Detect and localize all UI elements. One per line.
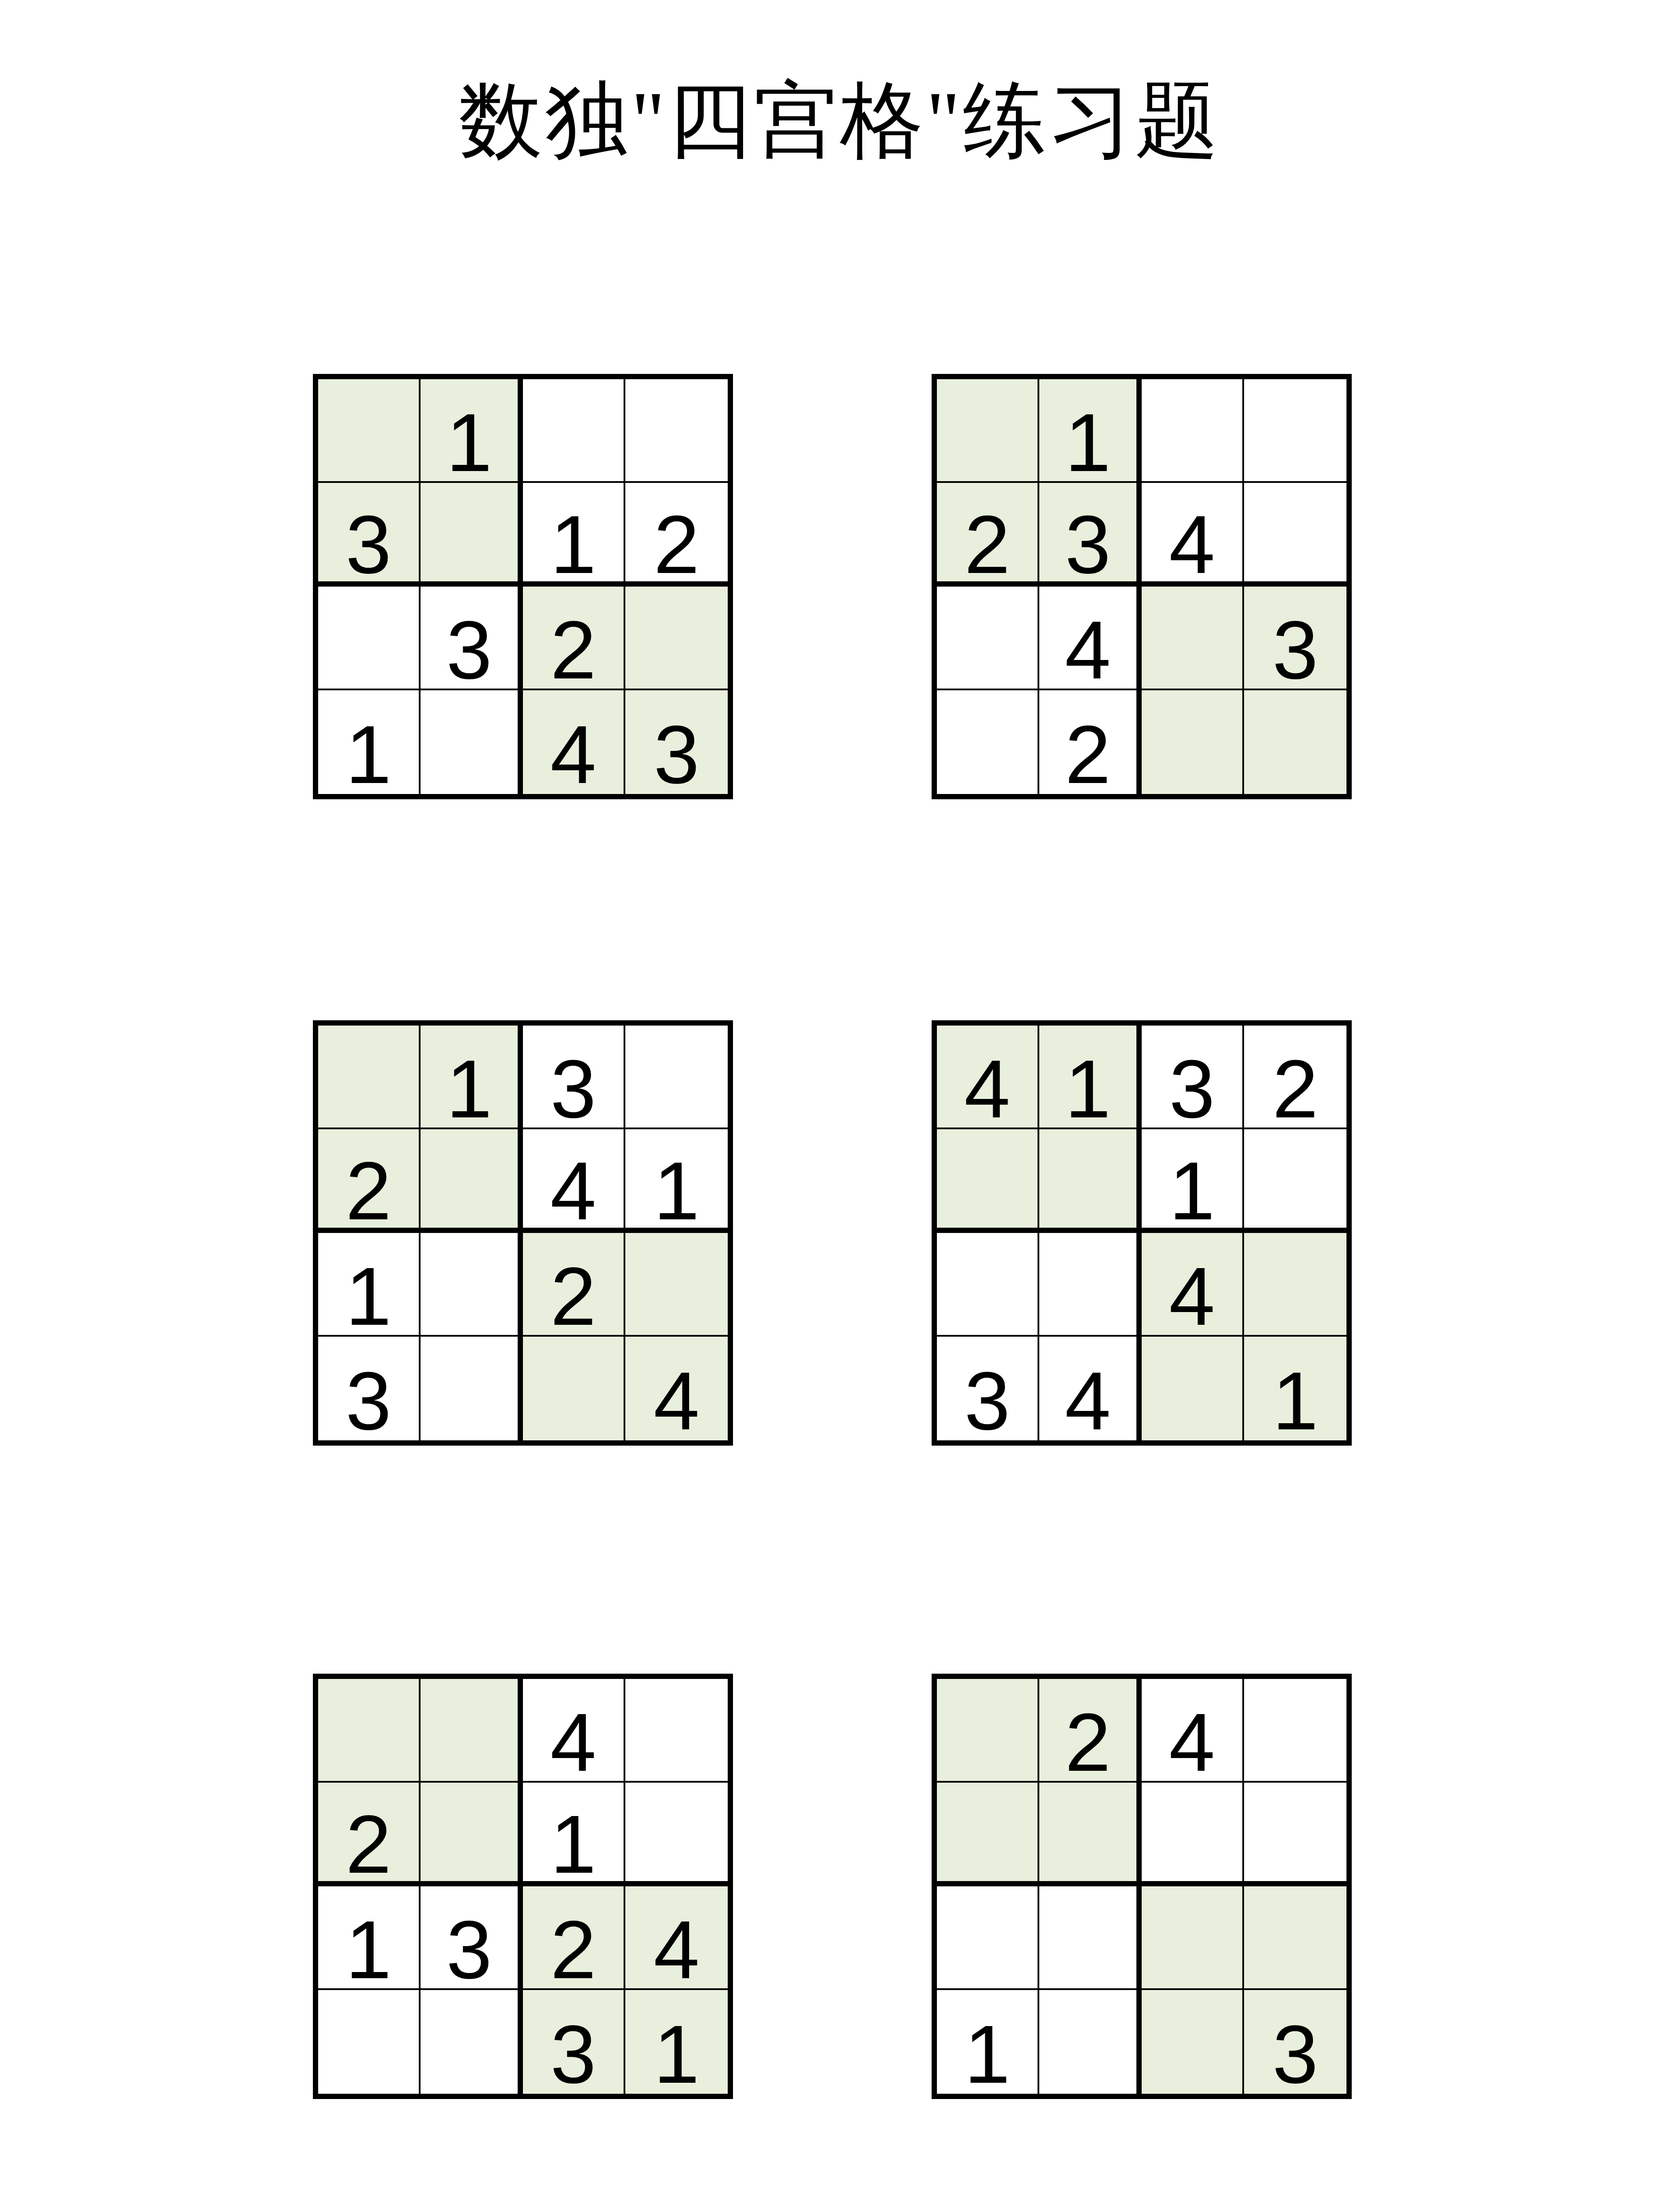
board3-cell-r1c3[interactable]: 3 bbox=[523, 1026, 625, 1129]
board2-cell-r2c2[interactable]: 3 bbox=[1039, 483, 1142, 587]
board5-cell-r1c1[interactable] bbox=[318, 1679, 421, 1783]
board3-cell-r3c3[interactable]: 2 bbox=[523, 1233, 625, 1337]
board6-cell-r3c2[interactable] bbox=[1039, 1886, 1142, 1990]
board5-cell-r4c3[interactable]: 3 bbox=[523, 1990, 625, 2094]
given-digit: 4 bbox=[550, 713, 596, 796]
board4-cell-r3c2[interactable] bbox=[1039, 1233, 1142, 1337]
board6-cell-r2c2[interactable] bbox=[1039, 1783, 1142, 1886]
board6-cell-r3c1[interactable] bbox=[937, 1886, 1039, 1990]
sudoku-board-2: 1234432 bbox=[932, 374, 1352, 799]
board5-cell-r1c2[interactable] bbox=[421, 1679, 523, 1783]
board6-cell-r2c3[interactable] bbox=[1142, 1783, 1244, 1886]
given-digit: 1 bbox=[1065, 401, 1111, 484]
board1-cell-r1c3[interactable] bbox=[523, 379, 625, 483]
board3-cell-r4c4[interactable]: 4 bbox=[625, 1337, 728, 1440]
given-digit: 3 bbox=[1169, 1048, 1215, 1130]
given-digit: 1 bbox=[345, 1255, 392, 1338]
board4-cell-r2c2[interactable] bbox=[1039, 1129, 1142, 1233]
board4-cell-r1c3[interactable]: 3 bbox=[1142, 1026, 1244, 1129]
given-digit: 3 bbox=[1272, 2013, 1318, 2095]
board5-cell-r4c4[interactable]: 1 bbox=[625, 1990, 728, 2094]
given-digit: 1 bbox=[653, 2013, 700, 2095]
sudoku-board-4: 413214341 bbox=[932, 1020, 1352, 1446]
given-digit: 1 bbox=[1065, 1048, 1111, 1130]
given-digit: 1 bbox=[345, 1908, 392, 1991]
board2-cell-r4c4[interactable] bbox=[1244, 690, 1346, 794]
board2-cell-r3c1[interactable] bbox=[937, 587, 1039, 690]
board4-cell-r2c3[interactable]: 1 bbox=[1142, 1129, 1244, 1233]
given-digit: 1 bbox=[550, 1803, 596, 1885]
board4-cell-r1c2[interactable]: 1 bbox=[1039, 1026, 1142, 1129]
board2-cell-r2c4[interactable] bbox=[1244, 483, 1346, 587]
board1-cell-r1c2[interactable]: 1 bbox=[421, 379, 523, 483]
board4-cell-r4c1[interactable]: 3 bbox=[937, 1337, 1039, 1440]
board1-cell-r4c2[interactable] bbox=[421, 690, 523, 794]
board5-cell-r3c4[interactable]: 4 bbox=[625, 1886, 728, 1990]
board3-cell-r4c2[interactable] bbox=[421, 1337, 523, 1440]
sudoku-board-1: 131232143 bbox=[313, 374, 733, 799]
given-digit: 4 bbox=[1065, 1360, 1111, 1442]
board2-cell-r4c3[interactable] bbox=[1142, 690, 1244, 794]
board6-cell-r4c3[interactable] bbox=[1142, 1990, 1244, 2094]
board3-cell-r4c3[interactable] bbox=[523, 1337, 625, 1440]
board2-cell-r2c3[interactable]: 4 bbox=[1142, 483, 1244, 587]
board4-cell-r3c4[interactable] bbox=[1244, 1233, 1346, 1337]
board3-cell-r3c1[interactable]: 1 bbox=[318, 1233, 421, 1337]
given-digit: 4 bbox=[653, 1360, 700, 1442]
board5-cell-r1c4[interactable] bbox=[625, 1679, 728, 1783]
given-digit: 3 bbox=[345, 1360, 392, 1442]
given-digit: 4 bbox=[550, 1149, 596, 1232]
given-digit: 4 bbox=[550, 1701, 596, 1784]
given-digit: 2 bbox=[653, 503, 700, 586]
board1-cell-r2c4[interactable]: 2 bbox=[625, 483, 728, 587]
board6-cell-r1c2[interactable]: 2 bbox=[1039, 1679, 1142, 1783]
given-digit: 4 bbox=[1169, 1255, 1215, 1338]
board2-cell-r3c2[interactable]: 4 bbox=[1039, 587, 1142, 690]
board3-cell-r2c2[interactable] bbox=[421, 1129, 523, 1233]
board4-cell-r3c1[interactable] bbox=[937, 1233, 1039, 1337]
sudoku-board-6: 2413 bbox=[932, 1674, 1352, 2099]
given-digit: 2 bbox=[345, 1149, 392, 1232]
given-digit: 1 bbox=[446, 1048, 492, 1130]
board3-cell-r2c1[interactable]: 2 bbox=[318, 1129, 421, 1233]
board3-cell-r1c4[interactable] bbox=[625, 1026, 728, 1129]
board2-cell-r3c3[interactable] bbox=[1142, 587, 1244, 690]
board4-cell-r3c3[interactable]: 4 bbox=[1142, 1233, 1244, 1337]
board1-cell-r4c4[interactable]: 3 bbox=[625, 690, 728, 794]
board3-cell-r1c1[interactable] bbox=[318, 1026, 421, 1129]
board1-cell-r3c3[interactable]: 2 bbox=[523, 587, 625, 690]
board6-cell-r1c1[interactable] bbox=[937, 1679, 1039, 1783]
board6-cell-r2c1[interactable] bbox=[937, 1783, 1039, 1886]
board1-cell-r1c4[interactable] bbox=[625, 379, 728, 483]
puzzles-area: 1312321431234432132411234413214341421132… bbox=[0, 0, 1680, 2197]
given-digit: 2 bbox=[1065, 713, 1111, 796]
board3-cell-r2c4[interactable]: 1 bbox=[625, 1129, 728, 1233]
given-digit: 1 bbox=[446, 401, 492, 484]
board6-cell-r2c4[interactable] bbox=[1244, 1783, 1346, 1886]
board3-cell-r2c3[interactable]: 4 bbox=[523, 1129, 625, 1233]
board2-cell-r1c1[interactable] bbox=[937, 379, 1039, 483]
board1-cell-r2c3[interactable]: 1 bbox=[523, 483, 625, 587]
board5-cell-r4c1[interactable] bbox=[318, 1990, 421, 2094]
board5-cell-r3c1[interactable]: 1 bbox=[318, 1886, 421, 1990]
given-digit: 2 bbox=[550, 1255, 596, 1338]
given-digit: 3 bbox=[345, 503, 392, 586]
given-digit: 2 bbox=[1065, 1701, 1111, 1784]
given-digit: 3 bbox=[653, 713, 700, 796]
board1-cell-r2c1[interactable]: 3 bbox=[318, 483, 421, 587]
given-digit: 2 bbox=[550, 609, 596, 691]
board1-cell-r4c1[interactable]: 1 bbox=[318, 690, 421, 794]
board2-cell-r4c1[interactable] bbox=[937, 690, 1039, 794]
board4-cell-r4c2[interactable]: 4 bbox=[1039, 1337, 1142, 1440]
board6-cell-r3c4[interactable] bbox=[1244, 1886, 1346, 1990]
given-digit: 1 bbox=[345, 713, 392, 796]
board1-cell-r3c2[interactable]: 3 bbox=[421, 587, 523, 690]
board3-cell-r3c2[interactable] bbox=[421, 1233, 523, 1337]
board5-cell-r3c2[interactable]: 3 bbox=[421, 1886, 523, 1990]
given-digit: 4 bbox=[964, 1048, 1010, 1130]
given-digit: 3 bbox=[550, 1048, 596, 1130]
worksheet-page: 数独"四宫格"练习题 13123214312344321324112344132… bbox=[0, 0, 1680, 2197]
given-digit: 2 bbox=[1272, 1048, 1318, 1130]
given-digit: 4 bbox=[1169, 503, 1215, 586]
board5-cell-r2c1[interactable]: 2 bbox=[318, 1783, 421, 1886]
given-digit: 1 bbox=[1169, 1149, 1215, 1232]
board5-cell-r2c2[interactable] bbox=[421, 1783, 523, 1886]
board1-cell-r4c3[interactable]: 4 bbox=[523, 690, 625, 794]
given-digit: 4 bbox=[1065, 609, 1111, 691]
given-digit: 4 bbox=[653, 1908, 700, 1991]
given-digit: 3 bbox=[1065, 503, 1111, 586]
given-digit: 3 bbox=[446, 1908, 492, 1991]
board5-cell-r2c4[interactable] bbox=[625, 1783, 728, 1886]
board4-cell-r2c4[interactable] bbox=[1244, 1129, 1346, 1233]
board1-cell-r3c1[interactable] bbox=[318, 587, 421, 690]
board4-cell-r1c4[interactable]: 2 bbox=[1244, 1026, 1346, 1129]
given-digit: 1 bbox=[550, 503, 596, 586]
board1-cell-r2c2[interactable] bbox=[421, 483, 523, 587]
board4-cell-r2c1[interactable] bbox=[937, 1129, 1039, 1233]
board5-cell-r2c3[interactable]: 1 bbox=[523, 1783, 625, 1886]
board4-cell-r1c1[interactable]: 4 bbox=[937, 1026, 1039, 1129]
given-digit: 1 bbox=[653, 1149, 700, 1232]
board5-cell-r1c3[interactable]: 4 bbox=[523, 1679, 625, 1783]
board4-cell-r4c4[interactable]: 1 bbox=[1244, 1337, 1346, 1440]
sudoku-board-3: 132411234 bbox=[313, 1020, 733, 1446]
sudoku-board-5: 421132431 bbox=[313, 1674, 733, 2099]
board6-cell-r3c3[interactable] bbox=[1142, 1886, 1244, 1990]
board6-cell-r1c4[interactable] bbox=[1244, 1679, 1346, 1783]
board5-cell-r4c2[interactable] bbox=[421, 1990, 523, 2094]
given-digit: 3 bbox=[550, 2013, 596, 2095]
given-digit: 4 bbox=[1169, 1701, 1215, 1784]
board6-cell-r4c1[interactable]: 1 bbox=[937, 1990, 1039, 2094]
given-digit: 1 bbox=[1272, 1360, 1318, 1442]
board3-cell-r4c1[interactable]: 3 bbox=[318, 1337, 421, 1440]
board2-cell-r2c1[interactable]: 2 bbox=[937, 483, 1039, 587]
board2-cell-r4c2[interactable]: 2 bbox=[1039, 690, 1142, 794]
given-digit: 2 bbox=[550, 1908, 596, 1991]
board2-cell-r3c4[interactable]: 3 bbox=[1244, 587, 1346, 690]
given-digit: 3 bbox=[1272, 609, 1318, 691]
board1-cell-r1c1[interactable] bbox=[318, 379, 421, 483]
given-digit: 2 bbox=[345, 1803, 392, 1885]
board6-cell-r1c3[interactable]: 4 bbox=[1142, 1679, 1244, 1783]
given-digit: 3 bbox=[964, 1360, 1010, 1442]
board6-cell-r4c4[interactable]: 3 bbox=[1244, 1990, 1346, 2094]
board2-cell-r1c4[interactable] bbox=[1244, 379, 1346, 483]
board3-cell-r1c2[interactable]: 1 bbox=[421, 1026, 523, 1129]
board5-cell-r3c3[interactable]: 2 bbox=[523, 1886, 625, 1990]
board3-cell-r3c4[interactable] bbox=[625, 1233, 728, 1337]
given-digit: 1 bbox=[964, 2013, 1010, 2095]
board2-cell-r1c2[interactable]: 1 bbox=[1039, 379, 1142, 483]
given-digit: 3 bbox=[446, 609, 492, 691]
board6-cell-r4c2[interactable] bbox=[1039, 1990, 1142, 2094]
given-digit: 2 bbox=[964, 503, 1010, 586]
board1-cell-r3c4[interactable] bbox=[625, 587, 728, 690]
board2-cell-r1c3[interactable] bbox=[1142, 379, 1244, 483]
board4-cell-r4c3[interactable] bbox=[1142, 1337, 1244, 1440]
